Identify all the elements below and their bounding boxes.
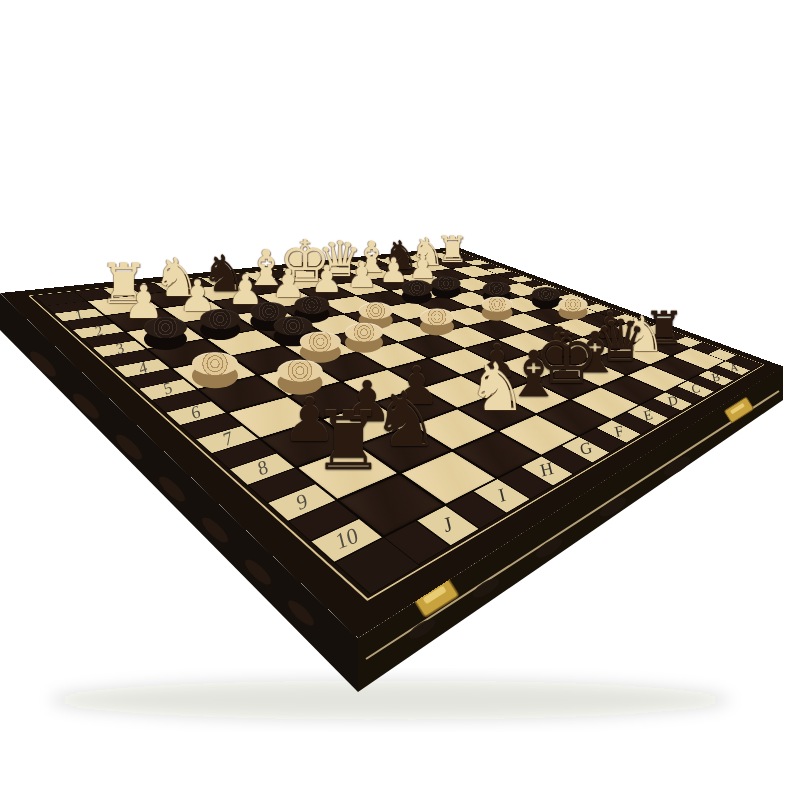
checker-top: [294, 296, 329, 314]
scene: JIHGFEDCBA12345678910♜♞♞♝♚♛♝♞♞♜♟♟♟♟♟♟♟♟♟…: [0, 0, 800, 800]
dark-checker-I3[interactable]: [200, 309, 240, 340]
light-checker-E5[interactable]: [420, 309, 454, 336]
dark-checker-D3[interactable]: [402, 280, 432, 304]
checker-top: [358, 302, 393, 319]
checker-top: [345, 323, 383, 342]
checker-top: [200, 309, 240, 329]
checker-top: [420, 309, 454, 326]
checker-top: [144, 317, 186, 338]
checker-top: [192, 352, 238, 375]
light-checker-J5[interactable]: [192, 352, 238, 388]
light-pawn-E2[interactable]: ♟: [346, 258, 377, 293]
light-checker-H5[interactable]: [300, 331, 340, 362]
dark-checker-A5[interactable]: [532, 287, 560, 309]
light-checker-G5[interactable]: [345, 323, 383, 353]
light-knight-G9[interactable]: ♞: [468, 355, 527, 421]
checker-top: [532, 287, 560, 301]
light-checker-C5[interactable]: [481, 297, 512, 321]
dark-checker-J3[interactable]: [144, 317, 186, 350]
table-shadow: [50, 680, 730, 720]
dark-checker-C3[interactable]: [431, 276, 460, 299]
light-pawn-F2[interactable]: ♟: [311, 261, 344, 298]
checker-top: [482, 282, 511, 296]
dark-rook-J9[interactable]: ♜: [312, 401, 385, 482]
